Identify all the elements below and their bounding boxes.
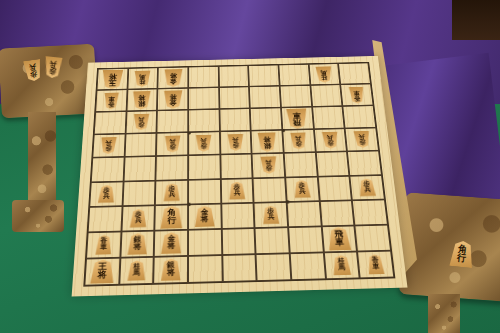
piece-金将-gote[interactable]: 金将: [163, 90, 183, 108]
shogi-scene: 玉将桂馬金将桂馬香車銀将金将香車歩兵飛車歩兵歩兵歩兵歩兵銀将歩兵歩兵歩兵歩兵歩兵…: [0, 0, 500, 333]
piece-歩兵-sente[interactable]: 歩兵: [163, 183, 180, 201]
square-2c[interactable]: [312, 106, 345, 129]
square-6b[interactable]: [188, 87, 219, 110]
piece-香車-gote[interactable]: 香車: [103, 92, 119, 109]
square-2f[interactable]: [317, 175, 352, 200]
piece-香車-sente[interactable]: 香車: [366, 254, 385, 275]
piece-飛車-gote[interactable]: 飛車: [286, 108, 309, 129]
square-7c[interactable]: [157, 110, 188, 133]
piece-桂馬-gote[interactable]: 桂馬: [315, 66, 333, 82]
piece-金将-gote[interactable]: 金将: [163, 69, 182, 87]
square-5a[interactable]: [218, 65, 249, 87]
square-1i[interactable]: 香車: [357, 251, 394, 279]
square-5h[interactable]: [221, 228, 255, 255]
piece-歩兵-sente[interactable]: 歩兵: [293, 180, 311, 198]
square-8d[interactable]: [124, 133, 156, 157]
square-8e[interactable]: [123, 156, 156, 181]
piece-銀将-sente[interactable]: 銀将: [127, 233, 148, 255]
piece-歩兵-gote[interactable]: 歩兵: [100, 137, 117, 154]
piece-歩兵-sente[interactable]: 歩兵: [262, 205, 280, 224]
square-9h[interactable]: 香車: [86, 231, 121, 258]
square-6a[interactable]: [188, 66, 218, 88]
square-3d[interactable]: 歩兵: [282, 129, 315, 153]
square-8f[interactable]: [122, 180, 155, 206]
square-1f[interactable]: 歩兵: [350, 175, 385, 200]
gote-komadai: [0, 44, 98, 119]
piece-歩兵-gote[interactable]: 歩兵: [260, 157, 278, 175]
sente-komadai-leg: [428, 294, 460, 333]
piece-歩兵-gote[interactable]: 歩兵: [227, 134, 244, 151]
square-3g[interactable]: [287, 201, 322, 227]
square-3e[interactable]: [284, 152, 318, 177]
square-8a[interactable]: 桂馬: [127, 67, 158, 89]
piece-金将-sente[interactable]: 金将: [194, 206, 215, 227]
square-1a[interactable]: [338, 63, 370, 85]
square-8g[interactable]: 歩兵: [121, 205, 155, 231]
square-9c[interactable]: [94, 111, 126, 134]
square-6f[interactable]: [188, 179, 221, 204]
square-4e[interactable]: 歩兵: [252, 153, 285, 178]
square-3a[interactable]: [278, 64, 310, 86]
square-2e[interactable]: [316, 152, 350, 177]
gote-komadai-foot: [12, 200, 64, 232]
square-6e[interactable]: [188, 155, 220, 180]
square-9f[interactable]: 歩兵: [89, 181, 123, 207]
square-3b[interactable]: [280, 85, 312, 108]
piece-桂馬-sente[interactable]: 桂馬: [331, 255, 352, 276]
square-7h[interactable]: 金将: [154, 230, 188, 257]
square-9d[interactable]: 歩兵: [92, 134, 125, 158]
square-1h[interactable]: [355, 224, 391, 251]
square-4c[interactable]: [250, 108, 282, 131]
square-4h[interactable]: [255, 227, 290, 254]
piece-桂馬-gote[interactable]: 桂馬: [134, 70, 151, 86]
square-8c[interactable]: 歩兵: [125, 111, 157, 134]
square-3h[interactable]: [288, 226, 323, 253]
square-4i[interactable]: [256, 253, 291, 281]
piece-飛車-sente[interactable]: 飛車: [327, 227, 352, 251]
piece-香車-gote[interactable]: 香車: [349, 87, 366, 104]
square-9e[interactable]: [91, 157, 124, 182]
square-3i[interactable]: [290, 252, 326, 280]
board-grid: 玉将桂馬金将桂馬香車銀将金将香車歩兵飛車歩兵歩兵歩兵歩兵銀将歩兵歩兵歩兵歩兵歩兵…: [83, 62, 395, 287]
square-7e[interactable]: [156, 156, 188, 181]
square-4b[interactable]: [249, 86, 281, 109]
piece-銀将-gote[interactable]: 銀将: [257, 132, 277, 152]
piece-歩兵-sente[interactable]: 歩兵: [97, 185, 115, 203]
piece-金将-sente[interactable]: 金将: [160, 232, 182, 254]
square-2b[interactable]: [310, 84, 343, 106]
square-2a[interactable]: 桂馬: [308, 63, 340, 85]
square-2g[interactable]: [319, 200, 354, 226]
square-7i[interactable]: 銀将: [153, 256, 188, 284]
piece-歩兵-sente[interactable]: 歩兵: [358, 178, 377, 196]
square-6i[interactable]: [188, 255, 222, 283]
square-2h[interactable]: 飛車: [321, 225, 357, 252]
square-5d[interactable]: 歩兵: [220, 131, 252, 155]
square-3c[interactable]: 飛車: [281, 107, 314, 130]
square-6d[interactable]: 歩兵: [188, 132, 220, 156]
gote-komadai-leg: [28, 112, 56, 208]
square-6h[interactable]: [188, 229, 222, 256]
square-9b[interactable]: 香車: [95, 89, 127, 112]
square-3f[interactable]: 歩兵: [285, 176, 319, 201]
square-8b[interactable]: 銀将: [126, 89, 157, 112]
piece-歩兵-gote[interactable]: 歩兵: [196, 135, 213, 152]
square-9i[interactable]: 王将: [84, 258, 120, 286]
piece-歩兵-sente[interactable]: 歩兵: [129, 209, 147, 228]
square-7g[interactable]: 角行: [155, 204, 188, 230]
square-5f[interactable]: 歩兵: [220, 178, 253, 203]
square-9g[interactable]: [88, 206, 123, 232]
square-9a[interactable]: 玉将: [97, 68, 128, 90]
piece-香車-sente[interactable]: 香車: [95, 235, 113, 255]
square-1c[interactable]: [343, 105, 377, 128]
piece-歩兵-gote[interactable]: 歩兵: [290, 133, 308, 150]
piece-玉将-gote[interactable]: 玉将: [101, 69, 124, 89]
table-edge-shadow: [452, 0, 500, 40]
piece-桂馬-sente[interactable]: 桂馬: [127, 260, 146, 281]
square-2d[interactable]: 歩兵: [314, 129, 348, 153]
square-7d[interactable]: 歩兵: [156, 132, 188, 156]
square-1g[interactable]: [352, 199, 388, 225]
piece-銀将-gote[interactable]: 銀将: [132, 91, 151, 109]
square-1e[interactable]: [347, 151, 382, 176]
square-5c[interactable]: [219, 108, 251, 131]
square-1b[interactable]: 香車: [341, 84, 374, 106]
square-8h[interactable]: 銀将: [120, 230, 155, 257]
square-1d[interactable]: 歩兵: [345, 128, 379, 152]
square-4f[interactable]: [253, 177, 287, 202]
square-8i[interactable]: 桂馬: [119, 257, 154, 285]
piece-歩兵-sente[interactable]: 歩兵: [228, 181, 245, 199]
piece-銀将-sente[interactable]: 銀将: [160, 258, 181, 281]
square-5g[interactable]: [221, 202, 255, 228]
square-5e[interactable]: [220, 154, 253, 179]
square-7a[interactable]: 金将: [158, 67, 189, 89]
square-5b[interactable]: [219, 87, 250, 110]
square-6c[interactable]: [188, 109, 219, 132]
square-7b[interactable]: 金将: [157, 88, 188, 111]
piece-角行-sente[interactable]: 角行: [160, 206, 183, 229]
square-7f[interactable]: 歩兵: [155, 180, 188, 205]
piece-王将-sente[interactable]: 王将: [89, 259, 115, 284]
piece-歩兵-gote[interactable]: 歩兵: [321, 132, 339, 149]
piece-歩兵-gote[interactable]: 歩兵: [164, 136, 181, 153]
piece-歩兵-gote[interactable]: 歩兵: [133, 114, 150, 131]
square-5i[interactable]: [222, 254, 257, 282]
square-4d[interactable]: 銀将: [251, 130, 284, 154]
shogi-board: 玉将桂馬金将桂馬香車銀将金将香車歩兵飛車歩兵歩兵歩兵歩兵銀将歩兵歩兵歩兵歩兵歩兵…: [72, 56, 408, 297]
square-6g[interactable]: 金将: [188, 203, 221, 229]
square-2i[interactable]: 桂馬: [324, 251, 360, 279]
square-4g[interactable]: 歩兵: [254, 202, 288, 228]
piece-歩兵-gote[interactable]: 歩兵: [353, 131, 371, 148]
square-4a[interactable]: [248, 65, 279, 87]
